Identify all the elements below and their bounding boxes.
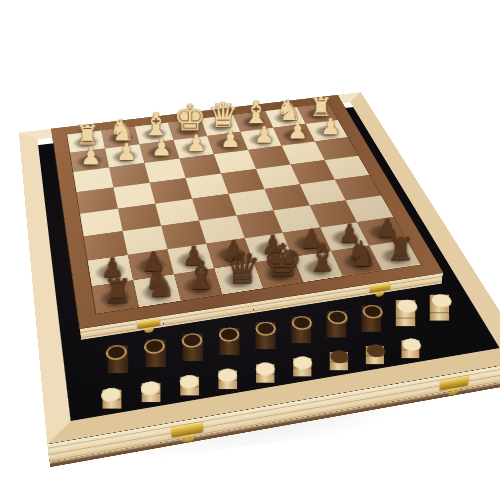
chess-piece-black-bishop[interactable]: ♝ xyxy=(305,239,339,277)
chess-piece-white-pawn[interactable]: ♟ xyxy=(254,124,274,147)
chess-piece-white-pawn[interactable]: ♟ xyxy=(116,140,137,163)
chess-piece-white-pawn[interactable]: ♟ xyxy=(287,120,307,143)
chess-piece-black-bishop[interactable]: ♝ xyxy=(184,257,219,296)
board-square[interactable] xyxy=(264,184,309,210)
board-square[interactable] xyxy=(315,137,358,160)
chess-piece-white-pawn[interactable]: ♟ xyxy=(80,145,101,168)
scene: ♜♞♝♚♛♝♞♜♟♟♟♟♟♟♟♟♟♟♟♟♟♟♟♟♜♞♝♛♚♝♞♜ xyxy=(0,0,500,500)
chess-piece-black-knight[interactable]: ♞ xyxy=(346,236,378,271)
board-square[interactable] xyxy=(73,167,113,192)
brass-latch xyxy=(138,318,161,329)
chess-piece-black-queen[interactable]: ♛ xyxy=(223,246,261,289)
board-square[interactable]: ♞ xyxy=(133,274,181,307)
brass-latch xyxy=(439,375,469,390)
chess-piece-black-rook[interactable]: ♜ xyxy=(102,275,132,309)
board-square[interactable]: ♛ xyxy=(214,263,263,295)
board-square[interactable]: ♝ xyxy=(174,268,222,300)
chess-piece-black-rook[interactable]: ♜ xyxy=(386,233,415,265)
chess-piece-white-pawn[interactable]: ♟ xyxy=(321,115,341,137)
chess-piece-black-knight[interactable]: ♞ xyxy=(143,265,176,302)
board-square[interactable] xyxy=(109,163,150,187)
chess-piece-white-pawn[interactable]: ♟ xyxy=(151,136,172,159)
product-photo: ♜♞♝♚♛♝♞♜♟♟♟♟♟♟♟♟♟♟♟♟♟♟♟♟♜♞♝♛♚♝♞♜ xyxy=(0,0,500,500)
board-square[interactable] xyxy=(113,183,155,209)
board-square[interactable] xyxy=(80,209,123,237)
brass-latch xyxy=(172,422,204,438)
board-square[interactable]: ♜ xyxy=(92,280,139,313)
chess-piece-white-pawn[interactable]: ♟ xyxy=(186,132,207,155)
brass-latch xyxy=(370,282,391,293)
chess-piece-white-pawn[interactable]: ♟ xyxy=(220,128,241,151)
chess-piece-black-king[interactable]: ♚ xyxy=(263,238,303,283)
